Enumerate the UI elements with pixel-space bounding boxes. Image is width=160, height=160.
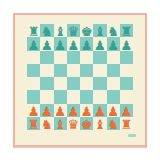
square-d3[interactable]: [67, 90, 80, 103]
square-d5[interactable]: [67, 64, 80, 77]
square-a4[interactable]: [27, 77, 40, 90]
square-g5[interactable]: [107, 64, 120, 77]
square-b8[interactable]: ♞: [40, 24, 53, 37]
square-g3[interactable]: [107, 90, 120, 103]
square-a6[interactable]: [27, 51, 40, 64]
square-e4[interactable]: [80, 77, 93, 90]
square-e5[interactable]: [80, 64, 93, 77]
square-c7[interactable]: ♟: [54, 37, 67, 50]
square-g1[interactable]: ♞: [107, 117, 120, 130]
square-b5[interactable]: [40, 64, 53, 77]
orange-knight-b1[interactable]: ♞: [41, 118, 53, 131]
square-c4[interactable]: [54, 77, 67, 90]
square-d2[interactable]: ♟: [67, 104, 80, 117]
square-d4[interactable]: [67, 77, 80, 90]
square-e6[interactable]: [80, 51, 93, 64]
square-b3[interactable]: [40, 90, 53, 103]
square-g8[interactable]: ♞: [107, 24, 120, 37]
square-c8[interactable]: ♝: [54, 24, 67, 37]
square-e2[interactable]: ♟: [80, 104, 93, 117]
chess-board: ♜♞♝♛♚♝♞♜♟♟♟♟♟♟♟♟♟♟♟♟♟♟♟♟♜♞♝♛♚♝♞♜: [13, 13, 147, 147]
board-grid: ♜♞♝♛♚♝♞♜♟♟♟♟♟♟♟♟♟♟♟♟♟♟♟♟♜♞♝♛♚♝♞♜: [27, 24, 133, 130]
orange-knight-g1[interactable]: ♞: [107, 118, 119, 131]
square-a1[interactable]: ♜: [27, 117, 40, 130]
square-h8[interactable]: ♜: [120, 24, 133, 37]
square-e7[interactable]: ♟: [80, 37, 93, 50]
square-b1[interactable]: ♞: [40, 117, 53, 130]
square-c5[interactable]: [54, 64, 67, 77]
orange-bishop-f1[interactable]: ♝: [94, 118, 106, 131]
square-g4[interactable]: [107, 77, 120, 90]
square-b6[interactable]: [40, 51, 53, 64]
orange-rook-h1[interactable]: ♜: [121, 118, 133, 131]
square-c6[interactable]: [54, 51, 67, 64]
square-g6[interactable]: [107, 51, 120, 64]
square-d1[interactable]: ♛: [67, 117, 80, 130]
square-f5[interactable]: [93, 64, 106, 77]
square-b7[interactable]: ♟: [40, 37, 53, 50]
square-h3[interactable]: [120, 90, 133, 103]
square-c2[interactable]: ♟: [54, 104, 67, 117]
square-f2[interactable]: ♟: [93, 104, 106, 117]
square-h4[interactable]: [120, 77, 133, 90]
square-b4[interactable]: [40, 77, 53, 90]
square-h5[interactable]: [120, 64, 133, 77]
square-e8[interactable]: ♚: [80, 24, 93, 37]
square-a7[interactable]: ♟: [27, 37, 40, 50]
square-d7[interactable]: ♟: [67, 37, 80, 50]
square-d8[interactable]: ♛: [67, 24, 80, 37]
square-e1[interactable]: ♚: [80, 117, 93, 130]
square-a2[interactable]: ♟: [27, 104, 40, 117]
square-h1[interactable]: ♜: [120, 117, 133, 130]
square-c1[interactable]: ♝: [54, 117, 67, 130]
square-h2[interactable]: ♟: [120, 104, 133, 117]
square-a8[interactable]: ♜: [27, 24, 40, 37]
square-c3[interactable]: [54, 90, 67, 103]
square-g2[interactable]: ♟: [107, 104, 120, 117]
square-a3[interactable]: [27, 90, 40, 103]
square-f3[interactable]: [93, 90, 106, 103]
square-f1[interactable]: ♝: [93, 117, 106, 130]
orange-bishop-c1[interactable]: ♝: [54, 118, 66, 131]
square-f4[interactable]: [93, 77, 106, 90]
brand-mark: [128, 134, 136, 137]
square-g7[interactable]: ♟: [107, 37, 120, 50]
orange-king-e1[interactable]: ♚: [81, 118, 93, 131]
square-d6[interactable]: [67, 51, 80, 64]
square-b2[interactable]: ♟: [40, 104, 53, 117]
square-f8[interactable]: ♝: [93, 24, 106, 37]
square-e3[interactable]: [80, 90, 93, 103]
square-h7[interactable]: ♟: [120, 37, 133, 50]
square-f7[interactable]: ♟: [93, 37, 106, 50]
square-a5[interactable]: [27, 64, 40, 77]
square-f6[interactable]: [93, 51, 106, 64]
orange-rook-a1[interactable]: ♜: [28, 118, 40, 131]
square-h6[interactable]: [120, 51, 133, 64]
orange-queen-d1[interactable]: ♛: [68, 118, 80, 131]
